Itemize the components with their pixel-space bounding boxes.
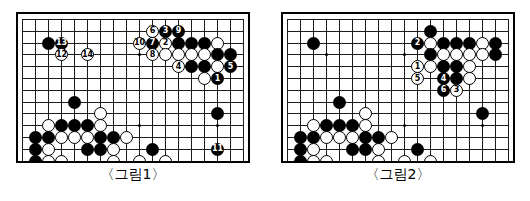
caption-figure-1: 〈그림1〉	[16, 166, 250, 184]
black-stone	[29, 155, 42, 163]
white-stone-move-3: 3	[450, 84, 463, 97]
white-stone-move-5: 5	[411, 72, 424, 85]
grid-vline	[230, 19, 231, 163]
star-point	[325, 53, 328, 56]
black-stone	[307, 37, 320, 50]
white-stone	[424, 155, 437, 163]
black-stone	[346, 143, 359, 156]
white-stone-move-14: 14	[81, 48, 94, 61]
black-stone	[185, 60, 198, 73]
white-stone	[476, 48, 489, 61]
white-stone	[320, 131, 333, 144]
grid-hline	[287, 31, 509, 32]
black-stone	[81, 143, 94, 156]
black-stone-move-3: 3	[159, 25, 172, 38]
white-stone	[198, 72, 211, 85]
white-stone	[68, 131, 81, 144]
black-stone	[94, 143, 107, 156]
star-point	[216, 124, 219, 127]
go-board-figure-2: 215463	[281, 12, 515, 163]
white-stone	[320, 155, 333, 163]
black-stone-move-11: 11	[211, 143, 224, 156]
white-stone	[133, 155, 146, 163]
black-stone	[68, 96, 81, 109]
star-point	[403, 53, 406, 56]
white-stone	[424, 60, 437, 73]
black-stone	[359, 143, 372, 156]
white-stone	[385, 131, 398, 144]
grid-vline	[22, 19, 23, 163]
black-stone	[146, 143, 159, 156]
star-point	[481, 124, 484, 127]
grid-hline	[22, 31, 244, 32]
star-point	[138, 53, 141, 56]
white-stone-move-6: 6	[146, 25, 159, 38]
white-stone	[107, 155, 120, 163]
white-stone	[307, 143, 320, 156]
white-stone	[372, 155, 385, 163]
grid-hline	[287, 149, 509, 150]
white-stone	[307, 155, 320, 163]
black-stone	[424, 25, 437, 38]
white-stone	[120, 131, 133, 144]
grid-hline	[22, 90, 244, 91]
star-point	[403, 124, 406, 127]
white-stone-move-10: 10	[133, 37, 146, 50]
black-stone-move-9: 9	[172, 25, 185, 38]
grid-hline	[287, 19, 509, 20]
grid-hline	[287, 102, 509, 103]
white-stone	[42, 155, 55, 163]
caption-figure-2: 〈그림2〉	[281, 166, 515, 184]
black-stone	[294, 143, 307, 156]
grid-vline	[243, 19, 244, 163]
white-stone-move-12: 12	[55, 48, 68, 61]
grid-hline	[22, 102, 244, 103]
white-stone	[333, 131, 346, 144]
white-stone	[42, 143, 55, 156]
black-stone	[411, 143, 424, 156]
grid-vline	[404, 19, 405, 163]
white-stone-move-8: 8	[146, 48, 159, 61]
black-stone	[29, 143, 42, 156]
white-stone	[398, 155, 411, 163]
white-stone	[159, 48, 172, 61]
black-stone-move-2: 2	[411, 37, 424, 50]
grid-hline	[22, 19, 244, 20]
black-stone-move-1: 1	[211, 72, 224, 85]
white-stone-move-4: 4	[172, 60, 185, 73]
white-stone	[55, 131, 68, 144]
white-stone	[107, 143, 120, 156]
go-board-figure-1: 1312146391072845111	[16, 12, 250, 163]
black-stone	[294, 155, 307, 163]
black-stone	[211, 107, 224, 120]
black-stone	[333, 96, 346, 109]
black-stone-move-6: 6	[437, 84, 450, 97]
grid-hline	[287, 90, 509, 91]
star-point	[138, 124, 141, 127]
black-stone	[489, 48, 502, 61]
white-stone	[372, 143, 385, 156]
white-stone	[159, 155, 172, 163]
white-stone	[55, 155, 68, 163]
grid-vline	[508, 19, 509, 163]
grid-vline	[287, 19, 288, 163]
black-stone-move-5: 5	[224, 60, 237, 73]
black-stone	[42, 37, 55, 50]
black-stone	[476, 107, 489, 120]
white-stone	[463, 72, 476, 85]
